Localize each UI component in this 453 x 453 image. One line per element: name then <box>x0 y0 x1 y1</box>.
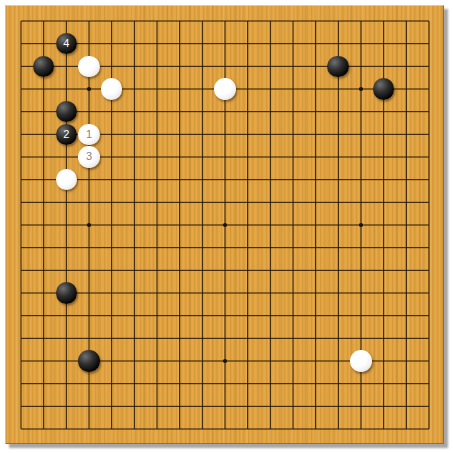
white-stone-e16[interactable] <box>101 78 123 100</box>
white-stone-d13[interactable]: 3 <box>78 146 100 168</box>
white-stone-d17[interactable] <box>78 56 100 78</box>
intersection-c14: 2 <box>55 123 78 146</box>
move-number-label: 3 <box>86 151 92 162</box>
white-stone-q4[interactable] <box>350 350 372 372</box>
black-stone-c18[interactable]: 4 <box>56 33 78 55</box>
move-number-label: 1 <box>86 129 92 140</box>
intersection-c12 <box>55 168 78 191</box>
stones-layer: 4213 <box>10 10 440 440</box>
screenshot-frame: 4213 <box>0 0 453 453</box>
move-number-label: 4 <box>63 38 69 49</box>
intersection-k16 <box>214 78 237 101</box>
intersection-d14: 1 <box>78 123 101 146</box>
black-stone-r16[interactable] <box>373 78 395 100</box>
intersection-b17 <box>32 55 55 78</box>
white-stone-c12[interactable] <box>56 169 78 191</box>
black-stone-c14[interactable]: 2 <box>56 124 78 146</box>
intersection-d17 <box>78 55 101 78</box>
intersection-d13: 3 <box>78 146 101 169</box>
white-stone-d14[interactable]: 1 <box>78 124 100 146</box>
intersection-e16 <box>100 78 123 101</box>
black-stone-p17[interactable] <box>327 56 349 78</box>
black-stone-d4[interactable] <box>78 350 100 372</box>
intersection-q4 <box>350 350 373 373</box>
black-stone-c15[interactable] <box>56 101 78 123</box>
go-board[interactable]: 4213 <box>5 5 444 444</box>
intersection-c7 <box>55 282 78 305</box>
white-stone-k16[interactable] <box>214 78 236 100</box>
intersection-c18: 4 <box>55 32 78 55</box>
black-stone-b17[interactable] <box>33 56 55 78</box>
move-number-label: 2 <box>63 129 69 140</box>
intersection-p17 <box>327 55 350 78</box>
intersection-r16 <box>372 78 395 101</box>
black-stone-c7[interactable] <box>56 282 78 304</box>
intersection-d4 <box>78 350 101 373</box>
intersection-c15 <box>55 100 78 123</box>
